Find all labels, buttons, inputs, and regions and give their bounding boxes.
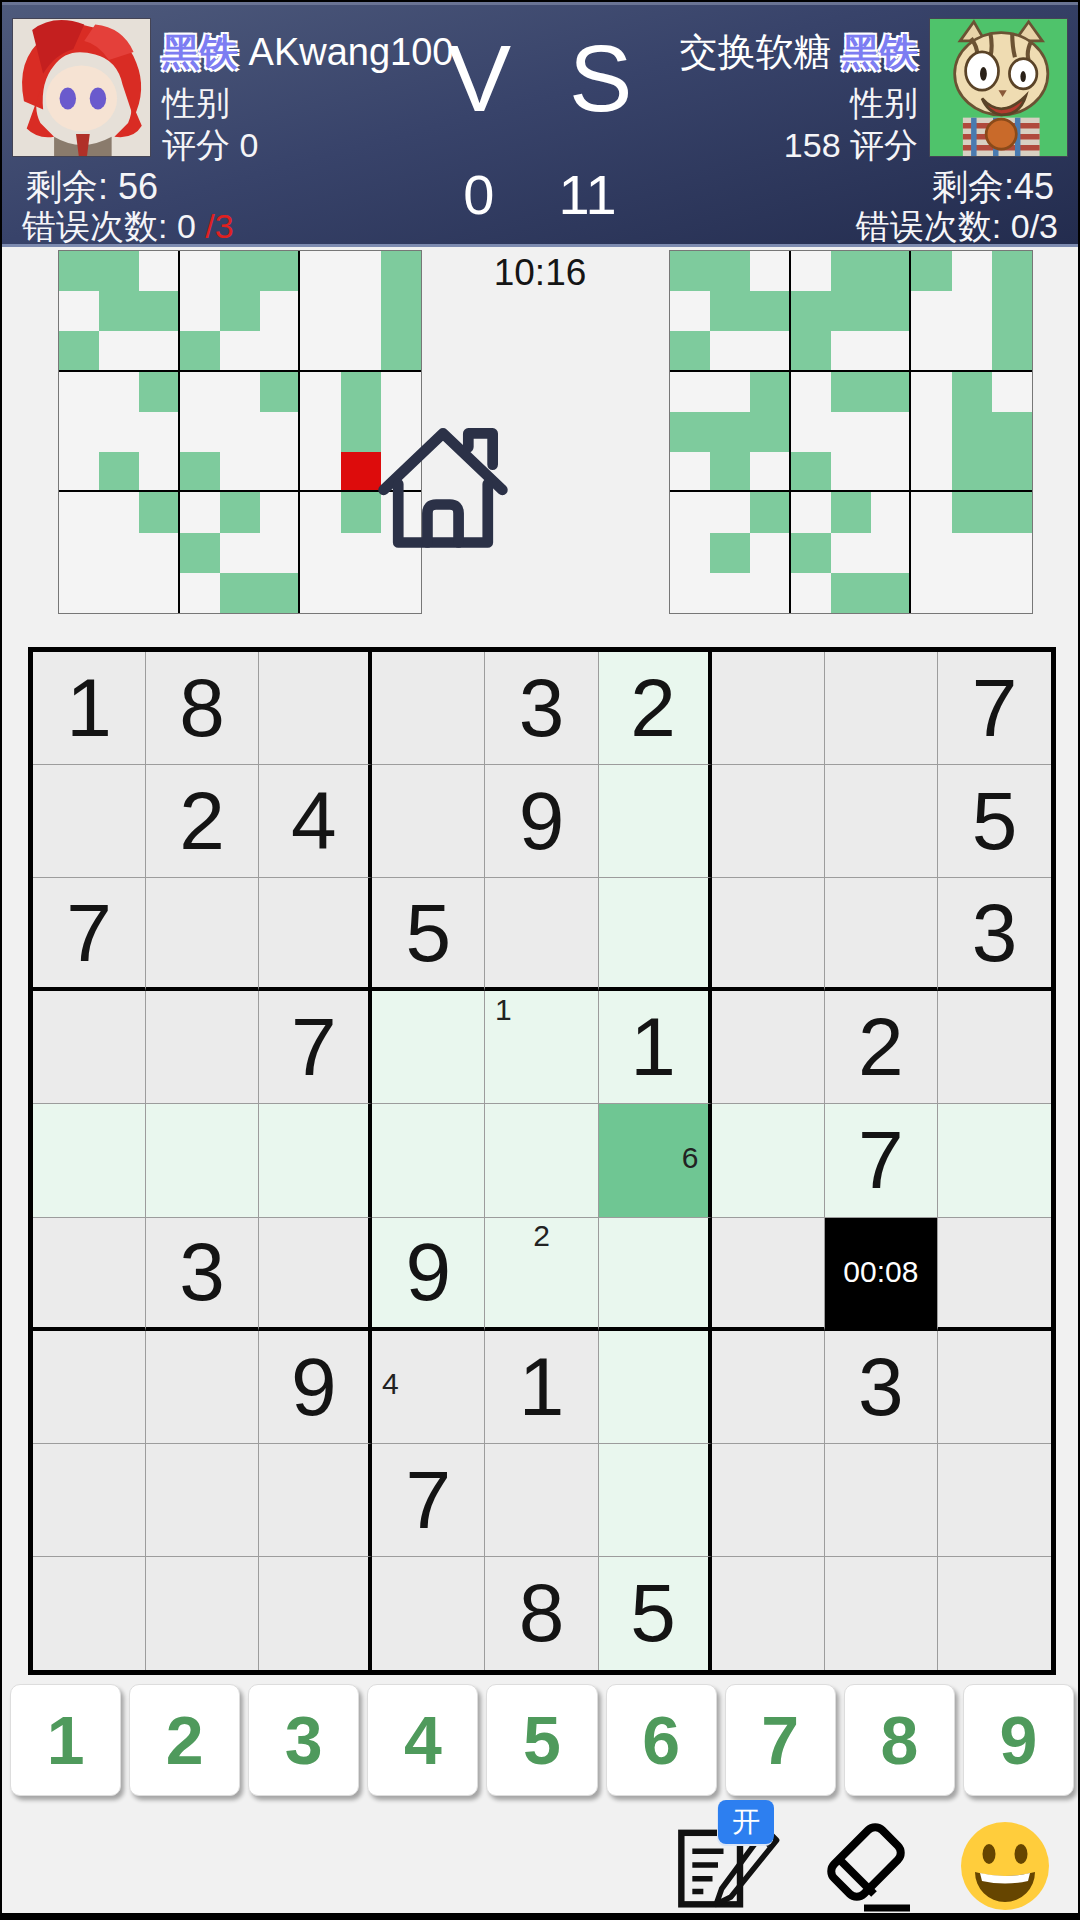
mini-cell-r6c3 (139, 452, 179, 492)
cell-r3c1[interactable]: 7 (33, 878, 146, 991)
cell-r1c8[interactable] (825, 652, 938, 765)
mini-cell-r4c7 (300, 372, 340, 412)
mini-cell-r9c4 (791, 573, 831, 613)
mini-cell-r2c6 (871, 291, 911, 331)
cell-r3c6[interactable] (599, 878, 712, 991)
numpad-button-2[interactable]: 2 (129, 1684, 240, 1796)
cell-r7c1[interactable] (33, 1331, 146, 1444)
mini-cell-r8c3 (139, 533, 179, 573)
right-player-rank: 黑铁 (842, 31, 918, 73)
mini-cell-r3c4 (791, 331, 831, 371)
cell-r6c9[interactable] (938, 1218, 1051, 1331)
mini-cell-r4c4 (180, 372, 220, 412)
right-player-errors-max: /3 (1030, 207, 1058, 245)
numpad-button-1[interactable]: 1 (10, 1684, 121, 1796)
cell-r4c3[interactable]: 7 (259, 991, 372, 1104)
mini-cell-r1c4 (791, 251, 831, 291)
mini-cell-r3c9 (381, 331, 421, 371)
mini-cell-r9c6 (871, 573, 911, 613)
right-player-nameline: 交换软糖 黑铁 (679, 27, 918, 78)
mini-cell-r9c7 (911, 573, 951, 613)
sudoku-board: 18327249575371126739200:089413785 (28, 647, 1056, 1675)
mini-cell-r1c3 (139, 251, 179, 291)
home-door (427, 505, 458, 543)
mini-cell-r2c4 (180, 291, 220, 331)
mini-cell-r6c7 (300, 452, 340, 492)
numpad-button-9[interactable]: 9 (963, 1684, 1074, 1796)
cell-r7c8[interactable]: 3 (825, 1331, 938, 1444)
mini-cell-r5c6 (871, 412, 911, 452)
mini-cell-r1c3 (750, 251, 790, 291)
mini-cell-r3c5 (831, 331, 871, 371)
numpad-button-3[interactable]: 3 (248, 1684, 359, 1796)
mini-cell-r3c2 (710, 331, 750, 371)
cell-r2c1[interactable] (33, 765, 146, 878)
cell-r2c6[interactable] (599, 765, 712, 878)
numpad-button-6[interactable]: 6 (606, 1684, 717, 1796)
mini-cell-r5c4 (791, 412, 831, 452)
cell-r2c4[interactable] (372, 765, 485, 878)
mini-cell-r1c1 (59, 251, 99, 291)
mini-cell-r5c1 (59, 412, 99, 452)
mini-cell-r3c5 (220, 331, 260, 371)
mini-cell-r2c6 (260, 291, 300, 331)
mini-cell-r1c2 (710, 251, 750, 291)
mini-cell-r9c3 (139, 573, 179, 613)
cell-r9c2[interactable] (146, 1557, 259, 1670)
mini-cell-r2c1 (59, 291, 99, 331)
cell-r3c2[interactable] (146, 878, 259, 991)
mini-cell-r6c5 (220, 452, 260, 492)
cell-r8c1[interactable] (33, 1444, 146, 1557)
cell-r1c7[interactable] (712, 652, 825, 765)
mini-cell-r1c7 (300, 251, 340, 291)
mini-cell-r5c4 (180, 412, 220, 452)
mini-cell-r7c6 (260, 492, 300, 532)
mini-cell-r3c8 (952, 331, 992, 371)
vs-s: S (569, 31, 632, 126)
mini-cell-r3c3 (750, 331, 790, 371)
home-button[interactable] (370, 402, 516, 572)
mini-cell-r6c9 (992, 452, 1032, 492)
numpad-button-5[interactable]: 5 (486, 1684, 597, 1796)
cell-r5c2[interactable] (146, 1104, 259, 1217)
mini-cell-r5c2 (710, 412, 750, 452)
cell-r7c2[interactable] (146, 1331, 259, 1444)
mini-cell-r7c4 (180, 492, 220, 532)
mini-cell-r7c4 (791, 492, 831, 532)
cell-r2c5[interactable]: 9 (485, 765, 598, 878)
cell-r5c1[interactable] (33, 1104, 146, 1217)
mini-cell-r5c6 (260, 412, 300, 452)
mini-cell-r3c7 (300, 331, 340, 371)
mini-cell-r9c1 (670, 573, 710, 613)
right-player-rating: 158 评分 (784, 123, 918, 169)
mini-cell-r4c2 (710, 372, 750, 412)
mini-cell-r8c8 (952, 533, 992, 573)
mini-cell-r6c1 (670, 452, 710, 492)
mini-cell-r4c2 (99, 372, 139, 412)
score-right: 11 (559, 167, 617, 223)
cell-r3c3[interactable] (259, 878, 372, 991)
mini-cell-r7c7 (911, 492, 951, 532)
score-left: 0 (463, 167, 494, 223)
cell-r9c3[interactable] (259, 1557, 372, 1670)
mini-cell-r7c2 (710, 492, 750, 532)
cell-r1c1[interactable]: 1 (33, 652, 146, 765)
right-player-name: 交换软糖 (679, 31, 831, 73)
mini-cell-r8c9 (992, 533, 1032, 573)
cell-r1c5[interactable]: 3 (485, 652, 598, 765)
mini-cell-r4c7 (911, 372, 951, 412)
mini-cell-r8c5 (220, 533, 260, 573)
mini-cell-r8c2 (99, 533, 139, 573)
mini-cell-r8c3 (750, 533, 790, 573)
mini-cell-r1c8 (952, 251, 992, 291)
mini-cell-r3c9 (992, 331, 1032, 371)
notes-on-badge: 开 (718, 1800, 774, 1844)
mini-cell-r7c5 (831, 492, 871, 532)
mini-cell-r3c2 (99, 331, 139, 371)
mini-cell-r8c7 (300, 533, 340, 573)
mini-cell-r1c7 (911, 251, 951, 291)
mini-cell-r8c7 (911, 533, 951, 573)
mini-cell-r6c7 (911, 452, 951, 492)
cell-r6c6[interactable] (599, 1218, 712, 1331)
mini-cell-r4c3 (750, 372, 790, 412)
cell-r4c1[interactable] (33, 991, 146, 1104)
mini-cell-r3c3 (139, 331, 179, 371)
mini-cell-r4c5 (220, 372, 260, 412)
cell-r4c7[interactable] (712, 991, 825, 1104)
mini-cell-r8c1 (670, 533, 710, 573)
cell-r5c4[interactable] (372, 1104, 485, 1217)
header: 黑铁 AKwang100 性别 评分 0 剩余: 56 错误次数: 0 /3 V… (2, 2, 1078, 247)
mini-cell-r8c6 (260, 533, 300, 573)
mini-cell-r5c2 (99, 412, 139, 452)
mini-cell-r9c1 (59, 573, 99, 613)
cell-r4c6[interactable]: 1 (599, 991, 712, 1104)
mini-cell-r9c7 (300, 573, 340, 613)
mini-cell-r5c7 (911, 412, 951, 452)
mini-cell-r6c1 (59, 452, 99, 492)
cell-r9c1[interactable] (33, 1557, 146, 1670)
mini-cell-r7c1 (670, 492, 710, 532)
numpad: 123456789 (10, 1684, 1074, 1796)
mini-cell-r8c6 (871, 533, 911, 573)
mini-cell-r1c6 (871, 251, 911, 291)
right-player-errors: 错误次数: 0/3 (856, 204, 1058, 250)
mini-cell-r6c6 (260, 452, 300, 492)
pencil-note-1: 1 (495, 995, 512, 1025)
pencil-note-2: 2 (533, 1221, 550, 1251)
numpad-button-4[interactable]: 4 (367, 1684, 478, 1796)
mini-cell-r4c3 (139, 372, 179, 412)
cell-r9c7[interactable] (712, 1557, 825, 1670)
mini-cell-r4c4 (791, 372, 831, 412)
mini-cell-r9c6 (260, 573, 300, 613)
cell-r3c9[interactable]: 3 (938, 878, 1051, 991)
mini-cell-r5c1 (670, 412, 710, 452)
mini-cell-r5c5 (831, 412, 871, 452)
mini-cell-r9c2 (99, 573, 139, 613)
mini-cell-r1c2 (99, 251, 139, 291)
mini-cell-r4c1 (59, 372, 99, 412)
cell-r7c7[interactable] (712, 1331, 825, 1444)
right-progress-miniboard (669, 250, 1033, 614)
mini-cell-r1c1 (670, 251, 710, 291)
cell-r4c5[interactable]: 1 (485, 991, 598, 1104)
cell-r4c8[interactable]: 2 (825, 991, 938, 1104)
cell-r9c5[interactable]: 8 (485, 1557, 598, 1670)
mini-cell-r9c5 (220, 573, 260, 613)
home-walls (398, 484, 488, 542)
mini-cell-r2c8 (952, 291, 992, 331)
cell-r9c6[interactable]: 5 (599, 1557, 712, 1670)
mini-cell-r7c6 (871, 492, 911, 532)
cell-r2c3[interactable]: 4 (259, 765, 372, 878)
notes-pencil-icon[interactable]: 开 (674, 1814, 784, 1914)
mini-cell-r7c9 (992, 492, 1032, 532)
cell-r9c9[interactable] (938, 1557, 1051, 1670)
mini-cell-r7c3 (750, 492, 790, 532)
mini-cell-r6c2 (99, 452, 139, 492)
mini-cell-r2c2 (99, 291, 139, 331)
mini-cell-r1c9 (992, 251, 1032, 291)
mini-cell-r6c8 (952, 452, 992, 492)
cell-r8c7[interactable] (712, 1444, 825, 1557)
cell-r8c2[interactable] (146, 1444, 259, 1557)
mini-cell-r2c4 (791, 291, 831, 331)
mini-cell-r3c1 (59, 331, 99, 371)
mini-cell-r2c8 (341, 291, 381, 331)
mini-cell-r5c3 (750, 412, 790, 452)
cell-r3c8[interactable] (825, 878, 938, 991)
mini-cell-r9c4 (180, 573, 220, 613)
mini-cell-r9c9 (381, 573, 421, 613)
cell-r2c8[interactable] (825, 765, 938, 878)
toolbar: 开 (674, 1814, 1060, 1914)
cell-r2c7[interactable] (712, 765, 825, 878)
mini-cell-r5c7 (300, 412, 340, 452)
mini-cell-r4c6 (871, 372, 911, 412)
cell-r7c4[interactable]: 4 (372, 1331, 485, 1444)
cell-r1c4[interactable] (372, 652, 485, 765)
mini-cell-r3c7 (911, 331, 951, 371)
blocked-cell-countdown: 00:08 (843, 1255, 918, 1289)
mini-cell-r5c8 (952, 412, 992, 452)
mini-cell-r2c7 (911, 291, 951, 331)
cell-r6c1[interactable] (33, 1218, 146, 1331)
cell-r8c4[interactable]: 7 (372, 1444, 485, 1557)
mini-cell-r6c5 (831, 452, 871, 492)
cell-r6c4[interactable]: 9 (372, 1218, 485, 1331)
cell-r1c6[interactable]: 2 (599, 652, 712, 765)
cell-r7c9[interactable] (938, 1331, 1051, 1444)
cell-r5c6[interactable]: 6 (599, 1104, 712, 1217)
mini-cell-r1c5 (831, 251, 871, 291)
cell-r9c8[interactable] (825, 1557, 938, 1670)
pencil-note-6: 6 (682, 1143, 699, 1173)
mini-cell-r7c5 (220, 492, 260, 532)
mini-cell-r6c4 (180, 452, 220, 492)
mini-cell-r8c4 (180, 533, 220, 573)
mini-cell-r5c5 (220, 412, 260, 452)
mini-cell-r2c3 (139, 291, 179, 331)
mini-cell-r6c3 (750, 452, 790, 492)
cell-r6c2[interactable]: 3 (146, 1218, 259, 1331)
mini-cell-r9c5 (831, 573, 871, 613)
cell-r5c8[interactable]: 7 (825, 1104, 938, 1217)
mini-cell-r3c6 (871, 331, 911, 371)
smiley-emoji-icon[interactable] (950, 1814, 1060, 1914)
vs-v: V (448, 31, 511, 126)
mini-cell-r8c5 (831, 533, 871, 573)
mini-cell-r2c5 (831, 291, 871, 331)
mini-cell-r4c1 (670, 372, 710, 412)
mini-cell-r1c5 (220, 251, 260, 291)
pencil-note-4: 4 (382, 1369, 399, 1399)
right-player-avatar (929, 18, 1068, 157)
mini-cell-r9c8 (341, 573, 381, 613)
cell-r6c7[interactable] (712, 1218, 825, 1331)
mini-cell-r6c4 (791, 452, 831, 492)
mini-cell-r2c9 (381, 291, 421, 331)
mini-cell-r1c9 (381, 251, 421, 291)
cell-r3c4[interactable]: 5 (372, 878, 485, 991)
cell-r5c3[interactable] (259, 1104, 372, 1217)
mini-cell-r5c9 (992, 412, 1032, 452)
cell-r4c9[interactable] (938, 991, 1051, 1104)
mini-cell-r5c3 (139, 412, 179, 452)
cell-r1c3[interactable] (259, 652, 372, 765)
mini-cell-r2c3 (750, 291, 790, 331)
mini-cell-r7c2 (99, 492, 139, 532)
mini-cell-r7c3 (139, 492, 179, 532)
mini-cell-r2c1 (670, 291, 710, 331)
eraser-icon[interactable] (812, 1814, 922, 1914)
mini-cell-r4c5 (831, 372, 871, 412)
mini-cell-r2c7 (300, 291, 340, 331)
cell-r3c5[interactable] (485, 878, 598, 991)
mini-cell-r8c1 (59, 533, 99, 573)
sudoku-battle-screen: 黑铁 AKwang100 性别 评分 0 剩余: 56 错误次数: 0 /3 V… (0, 0, 1080, 1920)
mini-cell-r1c4 (180, 251, 220, 291)
mini-cell-r6c2 (710, 452, 750, 492)
mini-cell-r1c6 (260, 251, 300, 291)
numpad-button-7[interactable]: 7 (725, 1684, 836, 1796)
cell-r7c5[interactable]: 1 (485, 1331, 598, 1444)
mini-cell-r7c1 (59, 492, 99, 532)
mini-cell-r8c2 (710, 533, 750, 573)
cell-r4c4[interactable] (372, 991, 485, 1104)
right-player-errors-count: 错误次数: 0 (856, 207, 1030, 245)
mini-cell-r7c7 (300, 492, 340, 532)
mini-cell-r3c1 (670, 331, 710, 371)
cell-r6c8[interactable]: 00:08 (825, 1218, 938, 1331)
cell-r2c9[interactable]: 5 (938, 765, 1051, 878)
cell-r5c9[interactable] (938, 1104, 1051, 1217)
mini-cell-r9c2 (710, 573, 750, 613)
mini-cell-r6c6 (871, 452, 911, 492)
cell-r8c5[interactable] (485, 1444, 598, 1557)
cell-r8c9[interactable] (938, 1444, 1051, 1557)
cell-r8c6[interactable] (599, 1444, 712, 1557)
cell-r9c4[interactable] (372, 1557, 485, 1670)
cell-r4c2[interactable] (146, 991, 259, 1104)
mini-cell-r4c6 (260, 372, 300, 412)
mini-cell-r3c4 (180, 331, 220, 371)
cell-r1c2[interactable]: 8 (146, 652, 259, 765)
mini-cell-r2c2 (710, 291, 750, 331)
cell-r8c8[interactable] (825, 1444, 938, 1557)
mini-cell-r3c6 (260, 331, 300, 371)
cell-r5c5[interactable] (485, 1104, 598, 1217)
numpad-button-8[interactable]: 8 (844, 1684, 955, 1796)
cell-r6c3[interactable] (259, 1218, 372, 1331)
cell-r2c2[interactable]: 2 (146, 765, 259, 878)
mini-cell-r2c5 (220, 291, 260, 331)
mini-cell-r8c4 (791, 533, 831, 573)
cell-r7c6[interactable] (599, 1331, 712, 1444)
mini-cell-r1c8 (341, 251, 381, 291)
cell-r1c9[interactable]: 7 (938, 652, 1051, 765)
mini-cell-r4c9 (992, 372, 1032, 412)
cell-r8c3[interactable] (259, 1444, 372, 1557)
right-player-gender: 性别 (850, 81, 918, 127)
mini-cell-r2c9 (992, 291, 1032, 331)
mini-cell-r7c8 (952, 492, 992, 532)
cell-r3c7[interactable] (712, 878, 825, 991)
cell-r7c3[interactable]: 9 (259, 1331, 372, 1444)
mini-cell-r9c9 (992, 573, 1032, 613)
mini-cell-r4c8 (952, 372, 992, 412)
mini-cell-r9c8 (952, 573, 992, 613)
cell-r6c5[interactable]: 2 (485, 1218, 598, 1331)
cell-r5c7[interactable] (712, 1104, 825, 1217)
mini-cell-r9c3 (750, 573, 790, 613)
mini-cell-r3c8 (341, 331, 381, 371)
left-player-rating: 评分 0 (162, 123, 258, 169)
left-progress-miniboard (58, 250, 422, 614)
